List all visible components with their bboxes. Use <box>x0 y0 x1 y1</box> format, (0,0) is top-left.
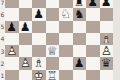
square-b5[interactable]: ♟ <box>19 21 33 33</box>
piece-outline-glyph: ♘ <box>59 8 73 20</box>
black-queen: ♛ <box>100 57 114 69</box>
piece-solid-glyph: ♟ <box>86 0 100 8</box>
square-e1[interactable] <box>59 70 73 80</box>
black-knight: ♞ <box>73 8 87 20</box>
square-f2[interactable]: ♟ <box>73 57 87 69</box>
square-a6[interactable] <box>5 8 19 20</box>
square-d2[interactable] <box>46 57 60 69</box>
black-pawn: ♟ <box>100 0 114 8</box>
piece-solid-glyph: ♟ <box>100 0 114 8</box>
square-e3[interactable] <box>59 45 73 57</box>
white-rook: ♜♖ <box>46 70 60 80</box>
square-f5[interactable] <box>73 21 87 33</box>
square-d6[interactable] <box>46 8 60 20</box>
square-b7[interactable] <box>19 0 33 8</box>
piece-solid-glyph: ♟ <box>19 21 33 33</box>
rank-label-3: 3 <box>0 48 5 55</box>
square-f4[interactable] <box>73 33 87 45</box>
black-pawn: ♟ <box>19 21 33 33</box>
square-a1[interactable] <box>5 70 19 80</box>
square-c6[interactable]: ♟ <box>32 8 46 20</box>
square-g2[interactable] <box>86 57 100 69</box>
rank-label-6: 6 <box>0 11 5 18</box>
piece-solid-glyph: ♛ <box>100 57 114 69</box>
piece-outline-glyph: ♙ <box>19 57 33 69</box>
square-a3[interactable]: ♟♙ <box>5 45 19 57</box>
square-b1[interactable] <box>19 70 33 80</box>
rank-label-5: 5 <box>0 23 5 30</box>
square-a2[interactable] <box>5 57 19 69</box>
black-pawn: ♟ <box>32 8 46 20</box>
square-h2[interactable]: ♛ <box>100 57 114 69</box>
square-c4[interactable] <box>32 33 46 45</box>
rank-label-column: 87654321 <box>0 0 5 80</box>
square-g5[interactable] <box>86 21 100 33</box>
black-pawn: ♟ <box>73 57 87 69</box>
piece-outline-glyph: ♖ <box>46 70 60 80</box>
piece-outline-glyph: ♕ <box>46 45 60 57</box>
square-c1[interactable]: ♚♔ <box>32 70 46 80</box>
rank-label-2: 2 <box>0 60 5 67</box>
white-queen: ♛♕ <box>46 45 60 57</box>
rank-label-4: 4 <box>0 35 5 42</box>
square-h5[interactable] <box>100 21 114 33</box>
square-d3[interactable]: ♛♕ <box>46 45 60 57</box>
square-h1[interactable] <box>100 70 114 80</box>
black-pawn: ♟ <box>5 21 19 33</box>
square-e6[interactable]: ♞♘ <box>59 8 73 20</box>
chess-board: ♚♜♟♟♟♞♘♞♟♟♝♗♟♙♛♕♟♙♟♙♝♗♟♛♚♔♜♖ <box>5 0 113 80</box>
square-b6[interactable] <box>19 8 33 20</box>
square-b4[interactable] <box>19 33 33 45</box>
square-e2[interactable] <box>59 57 73 69</box>
square-f1[interactable] <box>73 70 87 80</box>
white-king: ♚♔ <box>32 70 46 80</box>
square-c5[interactable] <box>32 21 46 33</box>
piece-outline-glyph: ♗ <box>32 57 46 69</box>
square-h7[interactable]: ♟ <box>100 0 114 8</box>
piece-solid-glyph: ♟ <box>73 57 87 69</box>
piece-solid-glyph: ♟ <box>5 21 19 33</box>
square-f6[interactable]: ♞ <box>73 8 87 20</box>
square-g7[interactable]: ♟ <box>86 0 100 8</box>
square-g1[interactable] <box>86 70 100 80</box>
piece-outline-glyph: ♙ <box>5 45 19 57</box>
piece-solid-glyph: ♟ <box>32 8 46 20</box>
square-a5[interactable]: ♟ <box>5 21 19 33</box>
square-a7[interactable] <box>5 0 19 8</box>
square-d7[interactable] <box>46 0 60 8</box>
square-e5[interactable] <box>59 21 73 33</box>
square-g3[interactable] <box>86 45 100 57</box>
piece-outline-glyph: ♔ <box>32 70 46 80</box>
square-c2[interactable]: ♝♗ <box>32 57 46 69</box>
white-bishop: ♝♗ <box>32 57 46 69</box>
square-b2[interactable]: ♟♙ <box>19 57 33 69</box>
square-d5[interactable] <box>46 21 60 33</box>
rank-label-1: 1 <box>0 72 5 79</box>
white-pawn: ♟♙ <box>19 57 33 69</box>
square-d1[interactable]: ♜♖ <box>46 70 60 80</box>
square-h6[interactable] <box>100 8 114 20</box>
square-g4[interactable] <box>86 33 100 45</box>
rank-label-7: 7 <box>0 0 5 6</box>
white-pawn: ♟♙ <box>5 45 19 57</box>
chess-diagram: 87654321 ♚♜♟♟♟♞♘♞♟♟♝♗♟♙♛♕♟♙♟♙♝♗♟♛♚♔♜♖ <box>0 0 120 80</box>
piece-solid-glyph: ♞ <box>73 8 87 20</box>
white-knight: ♞♘ <box>59 8 73 20</box>
black-pawn: ♟ <box>86 0 100 8</box>
square-e4[interactable] <box>59 33 73 45</box>
square-g6[interactable] <box>86 8 100 20</box>
